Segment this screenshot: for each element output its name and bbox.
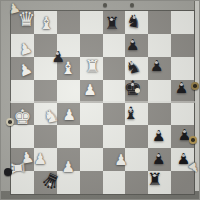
piece-black-pawn-g6[interactable]: ♟ — [144, 53, 170, 79]
piece-glyph: ♟ — [144, 53, 170, 79]
piece-glyph: ♟ — [108, 147, 134, 173]
knob-center — [191, 138, 195, 142]
frame-mark-top-1 — [103, 3, 107, 7]
piece-glyph: ♜ — [79, 53, 105, 79]
piece-black-rook-g1[interactable]: ♜ — [142, 166, 168, 192]
clasp-knob-right-lower — [189, 136, 197, 144]
piece-glyph: ♟ — [77, 77, 103, 103]
chess-board-photo: ♛♝♟♟♟♝♜♟♚♞♟♟♟♟♟♜♜♞♟♞♟♚♟♝♟♟♟♟♜♛♟♟ — [0, 0, 200, 200]
knob-center — [8, 120, 12, 124]
piece-glyph: ♟ — [56, 102, 82, 128]
pieces-layer: ♛♝♟♟♟♝♜♟♚♞♟♟♟♟♟♜♜♞♟♞♟♚♟♝♟♟♟♟♜♛♟♟ — [1, 1, 199, 199]
clasp-knob-right-upper — [191, 82, 199, 90]
piece-white-pawn-e2[interactable]: ♟ — [108, 147, 134, 173]
piece-white-pawn-d5[interactable]: ♟ — [77, 77, 103, 103]
piece-black-king-f5[interactable]: ♚ — [120, 75, 146, 101]
piece-white-pawn-c4[interactable]: ♟ — [56, 102, 82, 128]
knob-center — [193, 84, 197, 88]
hinge-knob-left — [6, 118, 14, 126]
piece-glyph: ♚ — [120, 75, 146, 101]
piece-glyph: ♝ — [33, 10, 59, 36]
piece-glyph: ♝ — [118, 100, 144, 126]
black-piece-tip-left-frame — [4, 168, 12, 176]
piece-black-bishop-f4[interactable]: ♝ — [118, 100, 144, 126]
piece-white-king-a4[interactable]: ♚ — [9, 104, 35, 130]
piece-white-bishop-b8[interactable]: ♝ — [33, 10, 59, 36]
piece-glyph: ♚ — [9, 104, 35, 130]
piece-glyph: ♜ — [142, 166, 168, 192]
piece-white-rook-d6[interactable]: ♜ — [79, 53, 105, 79]
frame-mark-top-2 — [130, 3, 134, 7]
